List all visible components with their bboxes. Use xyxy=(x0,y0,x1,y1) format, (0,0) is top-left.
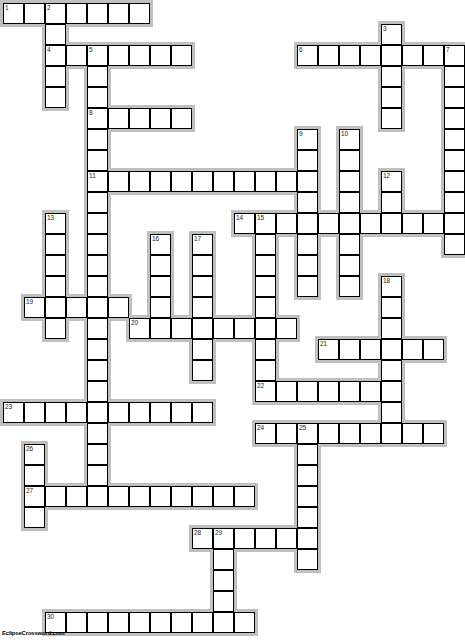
cell-r9-c18[interactable] xyxy=(381,192,402,213)
cell-r23-c7[interactable] xyxy=(150,486,171,507)
cell-r29-c5[interactable] xyxy=(108,612,129,633)
cell-r8-c4[interactable] xyxy=(87,171,108,192)
cell-r21-c14[interactable] xyxy=(297,444,318,465)
cell-r14-c3[interactable] xyxy=(66,297,87,318)
cell-r20-c17[interactable] xyxy=(360,423,381,444)
cell-r19-c9[interactable] xyxy=(192,402,213,423)
cell-r20-c4[interactable] xyxy=(87,423,108,444)
cell-r14-c2[interactable] xyxy=(45,297,66,318)
cell-r25-c14[interactable] xyxy=(297,528,318,549)
cell-r0-c4[interactable] xyxy=(87,3,108,24)
cell-r12-c14[interactable] xyxy=(297,255,318,276)
cell-r12-c16[interactable] xyxy=(339,255,360,276)
cell-r16-c4[interactable] xyxy=(87,339,108,360)
cell-r17-c18[interactable] xyxy=(381,360,402,381)
cell-r12-c9[interactable] xyxy=(192,255,213,276)
cell-r5-c21[interactable] xyxy=(444,108,465,129)
cell-r20-c12[interactable] xyxy=(255,423,276,444)
cell-r0-c1[interactable] xyxy=(24,3,45,24)
cell-r1-c2[interactable] xyxy=(45,24,66,45)
cell-r15-c4[interactable] xyxy=(87,318,108,339)
cell-r5-c8[interactable] xyxy=(171,108,192,129)
cell-r10-c2[interactable] xyxy=(45,213,66,234)
cell-r9-c21[interactable] xyxy=(444,192,465,213)
cell-r19-c6[interactable] xyxy=(129,402,150,423)
cell-r8-c7[interactable] xyxy=(150,171,171,192)
cell-r15-c2[interactable] xyxy=(45,318,66,339)
cell-r10-c13[interactable] xyxy=(276,213,297,234)
cell-r8-c11[interactable] xyxy=(234,171,255,192)
cell-r3-c2[interactable] xyxy=(45,66,66,87)
cell-r21-c1[interactable] xyxy=(24,444,45,465)
cell-r16-c16[interactable] xyxy=(339,339,360,360)
cell-r23-c14[interactable] xyxy=(297,486,318,507)
cell-r6-c4[interactable] xyxy=(87,129,108,150)
cell-r10-c14[interactable] xyxy=(297,213,318,234)
cell-r19-c5[interactable] xyxy=(108,402,129,423)
cell-r2-c18[interactable] xyxy=(381,45,402,66)
cell-r26-c14[interactable] xyxy=(297,549,318,570)
cell-r19-c1[interactable] xyxy=(24,402,45,423)
cell-r23-c1[interactable] xyxy=(24,486,45,507)
cell-r12-c12[interactable] xyxy=(255,255,276,276)
cell-r23-c11[interactable] xyxy=(234,486,255,507)
cell-r19-c4[interactable] xyxy=(87,402,108,423)
cell-r26-c10[interactable] xyxy=(213,549,234,570)
cell-r8-c16[interactable] xyxy=(339,171,360,192)
cell-r2-c20[interactable] xyxy=(423,45,444,66)
cell-r14-c7[interactable] xyxy=(150,297,171,318)
cell-r25-c11[interactable] xyxy=(234,528,255,549)
cell-r8-c10[interactable] xyxy=(213,171,234,192)
cell-r10-c15[interactable] xyxy=(318,213,339,234)
cell-r25-c9[interactable] xyxy=(192,528,213,549)
cell-r13-c4[interactable] xyxy=(87,276,108,297)
cell-r10-c17[interactable] xyxy=(360,213,381,234)
cell-r19-c3[interactable] xyxy=(66,402,87,423)
cell-r18-c4[interactable] xyxy=(87,381,108,402)
cell-r29-c6[interactable] xyxy=(129,612,150,633)
cell-r29-c7[interactable] xyxy=(150,612,171,633)
cell-r17-c4[interactable] xyxy=(87,360,108,381)
cell-r20-c13[interactable] xyxy=(276,423,297,444)
cell-r4-c2[interactable] xyxy=(45,87,66,108)
cell-r0-c3[interactable] xyxy=(66,3,87,24)
cell-r2-c17[interactable] xyxy=(360,45,381,66)
cell-r13-c12[interactable] xyxy=(255,276,276,297)
cell-r16-c9[interactable] xyxy=(192,339,213,360)
cell-r2-c3[interactable] xyxy=(66,45,87,66)
cell-r16-c12[interactable] xyxy=(255,339,276,360)
cell-r14-c12[interactable] xyxy=(255,297,276,318)
watermark-text: EclipseCrossword.com xyxy=(2,630,64,636)
cell-r0-c0[interactable] xyxy=(3,3,24,24)
cell-r11-c9[interactable] xyxy=(192,234,213,255)
cell-r2-c16[interactable] xyxy=(339,45,360,66)
cell-r8-c9[interactable] xyxy=(192,171,213,192)
cell-r6-c21[interactable] xyxy=(444,129,465,150)
cell-r11-c16[interactable] xyxy=(339,234,360,255)
cell-r3-c18[interactable] xyxy=(381,66,402,87)
cell-r29-c4[interactable] xyxy=(87,612,108,633)
cell-r23-c2[interactable] xyxy=(45,486,66,507)
cell-r4-c4[interactable] xyxy=(87,87,108,108)
cell-r22-c4[interactable] xyxy=(87,465,108,486)
cell-r7-c4[interactable] xyxy=(87,150,108,171)
cell-r20-c15[interactable] xyxy=(318,423,339,444)
cell-r18-c15[interactable] xyxy=(318,381,339,402)
cell-r23-c5[interactable] xyxy=(108,486,129,507)
cell-r11-c2[interactable] xyxy=(45,234,66,255)
cell-r2-c14[interactable] xyxy=(297,45,318,66)
cell-r7-c21[interactable] xyxy=(444,150,465,171)
cell-r18-c16[interactable] xyxy=(339,381,360,402)
cell-r2-c2[interactable] xyxy=(45,45,66,66)
cell-r11-c14[interactable] xyxy=(297,234,318,255)
cell-r27-c10[interactable] xyxy=(213,570,234,591)
cell-r21-c4[interactable] xyxy=(87,444,108,465)
cell-r11-c7[interactable] xyxy=(150,234,171,255)
cell-r13-c7[interactable] xyxy=(150,276,171,297)
cell-r15-c10[interactable] xyxy=(213,318,234,339)
cell-r5-c4[interactable] xyxy=(87,108,108,129)
cell-r10-c12[interactable] xyxy=(255,213,276,234)
cell-r20-c20[interactable] xyxy=(423,423,444,444)
cell-r17-c9[interactable] xyxy=(192,360,213,381)
cell-r12-c2[interactable] xyxy=(45,255,66,276)
cell-r8-c8[interactable] xyxy=(171,171,192,192)
cell-r3-c21[interactable] xyxy=(444,66,465,87)
cell-r23-c10[interactable] xyxy=(213,486,234,507)
cell-r15-c11[interactable] xyxy=(234,318,255,339)
cell-r14-c1[interactable] xyxy=(24,297,45,318)
cell-r7-c16[interactable] xyxy=(339,150,360,171)
cell-r25-c13[interactable] xyxy=(276,528,297,549)
cell-r19-c2[interactable] xyxy=(45,402,66,423)
cell-r20-c16[interactable] xyxy=(339,423,360,444)
cell-r29-c10[interactable] xyxy=(213,612,234,633)
cell-r19-c0[interactable] xyxy=(3,402,24,423)
cell-r23-c6[interactable] xyxy=(129,486,150,507)
cell-r18-c14[interactable] xyxy=(297,381,318,402)
cell-r2-c19[interactable] xyxy=(402,45,423,66)
cell-r6-c16[interactable] xyxy=(339,129,360,150)
cell-r15-c18[interactable] xyxy=(381,318,402,339)
cell-r9-c16[interactable] xyxy=(339,192,360,213)
cell-r10-c16[interactable] xyxy=(339,213,360,234)
cell-r14-c9[interactable] xyxy=(192,297,213,318)
cell-r2-c21[interactable] xyxy=(444,45,465,66)
cell-r12-c4[interactable] xyxy=(87,255,108,276)
cell-r5-c18[interactable] xyxy=(381,108,402,129)
cell-r2-c8[interactable] xyxy=(171,45,192,66)
cell-r29-c3[interactable] xyxy=(66,612,87,633)
cell-r13-c9[interactable] xyxy=(192,276,213,297)
cell-r8-c18[interactable] xyxy=(381,171,402,192)
cell-r28-c10[interactable] xyxy=(213,591,234,612)
cell-r13-c2[interactable] xyxy=(45,276,66,297)
cell-r0-c2[interactable] xyxy=(45,3,66,24)
cell-r6-c14[interactable] xyxy=(297,129,318,150)
cell-r24-c14[interactable] xyxy=(297,507,318,528)
cell-r5-c7[interactable] xyxy=(150,108,171,129)
cell-r2-c15[interactable] xyxy=(318,45,339,66)
cell-r18-c12[interactable] xyxy=(255,381,276,402)
cell-r8-c21[interactable] xyxy=(444,171,465,192)
cell-r23-c9[interactable] xyxy=(192,486,213,507)
cell-r3-c4[interactable] xyxy=(87,66,108,87)
cell-r23-c8[interactable] xyxy=(171,486,192,507)
cell-r10-c20[interactable] xyxy=(423,213,444,234)
cell-r8-c12[interactable] xyxy=(255,171,276,192)
cell-r25-c10[interactable] xyxy=(213,528,234,549)
cell-r25-c12[interactable] xyxy=(255,528,276,549)
cell-r20-c14[interactable] xyxy=(297,423,318,444)
cell-r19-c18[interactable] xyxy=(381,402,402,423)
cell-r11-c4[interactable] xyxy=(87,234,108,255)
cell-r4-c21[interactable] xyxy=(444,87,465,108)
cell-r10-c11[interactable] xyxy=(234,213,255,234)
cell-r12-c7[interactable] xyxy=(150,255,171,276)
cell-r10-c18[interactable] xyxy=(381,213,402,234)
cell-r13-c16[interactable] xyxy=(339,276,360,297)
cell-r16-c18[interactable] xyxy=(381,339,402,360)
cell-r15-c7[interactable] xyxy=(150,318,171,339)
cell-r24-c1[interactable] xyxy=(24,507,45,528)
cell-r11-c12[interactable] xyxy=(255,234,276,255)
cell-r19-c8[interactable] xyxy=(171,402,192,423)
cell-r29-c11[interactable] xyxy=(234,612,255,633)
cell-r1-c18[interactable] xyxy=(381,24,402,45)
cell-r18-c17[interactable] xyxy=(360,381,381,402)
cell-r14-c18[interactable] xyxy=(381,297,402,318)
cell-r23-c3[interactable] xyxy=(66,486,87,507)
cell-r14-c5[interactable] xyxy=(108,297,129,318)
cell-r9-c14[interactable] xyxy=(297,192,318,213)
cell-r15-c8[interactable] xyxy=(171,318,192,339)
cell-r5-c6[interactable] xyxy=(129,108,150,129)
cell-r8-c5[interactable] xyxy=(108,171,129,192)
cell-r17-c12[interactable] xyxy=(255,360,276,381)
cell-r16-c20[interactable] xyxy=(423,339,444,360)
cell-r13-c18[interactable] xyxy=(381,276,402,297)
cell-r18-c18[interactable] xyxy=(381,381,402,402)
cell-r8-c14[interactable] xyxy=(297,171,318,192)
cell-r13-c14[interactable] xyxy=(297,276,318,297)
cell-r29-c9[interactable] xyxy=(192,612,213,633)
crossword-board: EclipseCrossword.com 1234567891011121314… xyxy=(0,0,465,640)
cell-r2-c6[interactable] xyxy=(129,45,150,66)
cell-r2-c7[interactable] xyxy=(150,45,171,66)
cell-r16-c19[interactable] xyxy=(402,339,423,360)
cell-r23-c4[interactable] xyxy=(87,486,108,507)
cell-r4-c18[interactable] xyxy=(381,87,402,108)
cell-r9-c4[interactable] xyxy=(87,192,108,213)
cell-r8-c13[interactable] xyxy=(276,171,297,192)
cell-r16-c15[interactable] xyxy=(318,339,339,360)
cell-r2-c5[interactable] xyxy=(108,45,129,66)
cell-r10-c19[interactable] xyxy=(402,213,423,234)
cell-r0-c5[interactable] xyxy=(108,3,129,24)
cell-r20-c19[interactable] xyxy=(402,423,423,444)
cell-r20-c18[interactable] xyxy=(381,423,402,444)
cell-r18-c13[interactable] xyxy=(276,381,297,402)
cell-r19-c7[interactable] xyxy=(150,402,171,423)
cell-r14-c4[interactable] xyxy=(87,297,108,318)
cell-r2-c4[interactable] xyxy=(87,45,108,66)
cell-r29-c8[interactable] xyxy=(171,612,192,633)
cell-r7-c14[interactable] xyxy=(297,150,318,171)
cell-r11-c21[interactable] xyxy=(444,234,465,255)
cell-r10-c21[interactable] xyxy=(444,213,465,234)
cell-r15-c13[interactable] xyxy=(276,318,297,339)
cell-r22-c14[interactable] xyxy=(297,465,318,486)
cell-r16-c17[interactable] xyxy=(360,339,381,360)
cell-r15-c9[interactable] xyxy=(192,318,213,339)
cell-r8-c6[interactable] xyxy=(129,171,150,192)
cell-r10-c4[interactable] xyxy=(87,213,108,234)
cell-r22-c1[interactable] xyxy=(24,465,45,486)
cell-r15-c12[interactable] xyxy=(255,318,276,339)
cell-r15-c6[interactable] xyxy=(129,318,150,339)
cell-r5-c5[interactable] xyxy=(108,108,129,129)
cell-r0-c6[interactable] xyxy=(129,3,150,24)
